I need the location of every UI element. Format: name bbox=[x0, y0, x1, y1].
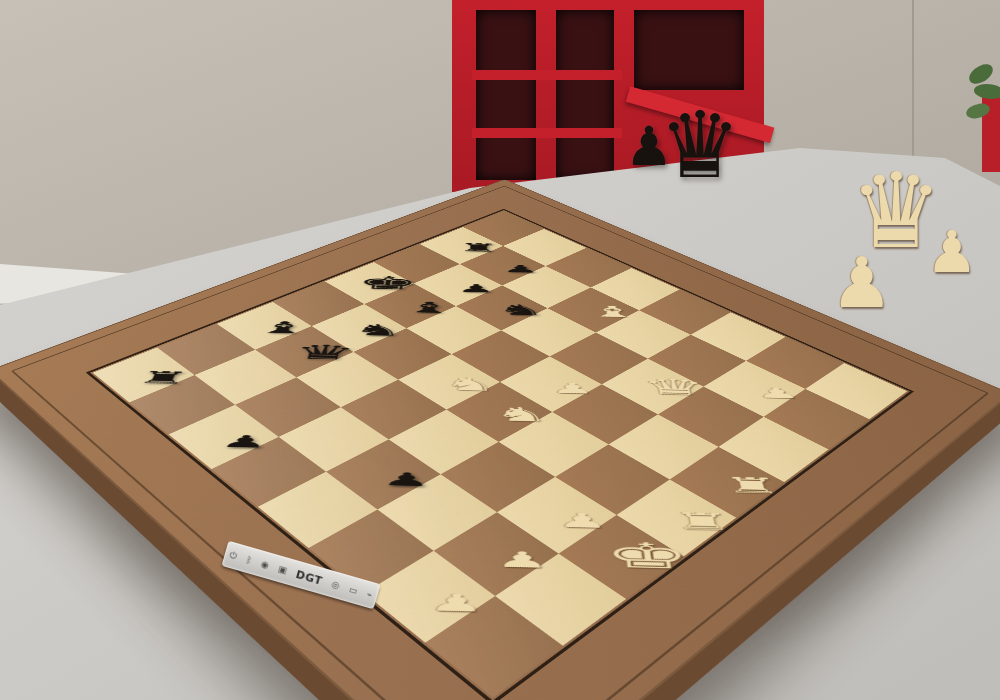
dgt-panel-icon: ▣ bbox=[277, 564, 288, 576]
phone-box-window-pane bbox=[476, 10, 536, 180]
leaf-icon bbox=[966, 61, 996, 86]
dgt-panel-icon: ◎ bbox=[330, 579, 340, 591]
square-b4[interactable] bbox=[326, 439, 441, 509]
phone-box-mullion bbox=[472, 128, 622, 138]
dgt-panel-icon: ⏻ bbox=[228, 549, 238, 562]
dgt-panel-icon: ⌁ bbox=[365, 589, 373, 600]
dgt-panel-icon: ᛒ bbox=[245, 555, 253, 566]
phone-box-mullion bbox=[472, 70, 622, 80]
captured-black-queen[interactable]: ♛ bbox=[654, 100, 746, 192]
photo-of-dgt-chessboard: { "game": "chess", "description": "Overh… bbox=[0, 0, 1000, 700]
captured-white-pawn[interactable]: ♟ bbox=[923, 223, 981, 281]
plant-leaves bbox=[966, 66, 1000, 146]
square-b5[interactable] bbox=[279, 407, 389, 471]
dgt-panel-icon: ◉ bbox=[260, 559, 270, 571]
wall-corner-seam bbox=[912, 0, 914, 165]
leaf-icon bbox=[965, 102, 991, 119]
dgt-panel-icon: ▭ bbox=[348, 584, 359, 596]
square-c4[interactable] bbox=[389, 410, 499, 475]
phone-box-opening bbox=[634, 10, 744, 90]
leaf-icon bbox=[973, 81, 1000, 102]
dgt-brand-label: DGT bbox=[294, 567, 324, 587]
square-e3[interactable] bbox=[552, 384, 658, 444]
phone-box-window-pane bbox=[556, 10, 614, 180]
